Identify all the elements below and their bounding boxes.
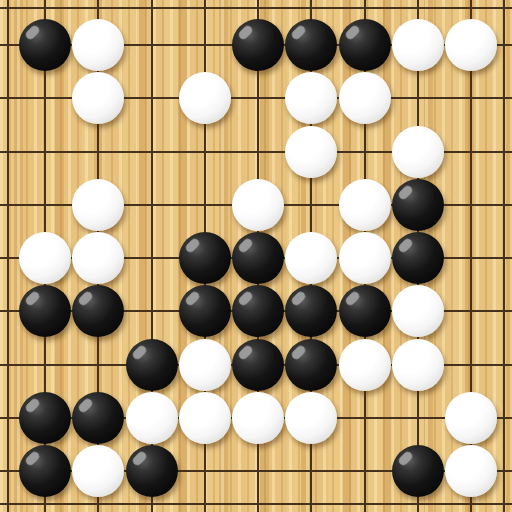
board-cell-c9[interactable]: ●: [125, 444, 178, 497]
board-cell-b2[interactable]: ○: [72, 72, 125, 125]
board-cell-b8[interactable]: ●: [72, 391, 125, 444]
board-cell-g1[interactable]: ●: [338, 18, 391, 71]
board-cell-e4[interactable]: ○: [231, 178, 284, 231]
board-cell-g9[interactable]: [338, 444, 391, 497]
black-stone[interactable]: ●: [232, 339, 284, 391]
black-stone[interactable]: ●: [232, 232, 284, 284]
board-cell-e3[interactable]: [231, 125, 284, 178]
board-cell-c3[interactable]: [125, 125, 178, 178]
white-stone[interactable]: ○: [285, 232, 337, 284]
board-cell-b5[interactable]: ○: [72, 231, 125, 284]
black-stone[interactable]: ●: [19, 445, 71, 497]
black-stone[interactable]: ●: [392, 179, 444, 231]
board-cell-f8[interactable]: ○: [285, 391, 338, 444]
board-cell-d1[interactable]: [178, 18, 231, 71]
board-cell-c2[interactable]: [125, 72, 178, 125]
board-cell-h2[interactable]: [391, 72, 444, 125]
white-stone[interactable]: ○: [339, 72, 391, 124]
black-stone[interactable]: ●: [392, 445, 444, 497]
board-cell-b9[interactable]: ○: [72, 444, 125, 497]
board-cell-d7[interactable]: ○: [178, 338, 231, 391]
board-cell-a1[interactable]: ●: [18, 18, 71, 71]
board-cell-d8[interactable]: ○: [178, 391, 231, 444]
board-cell-g3[interactable]: [338, 125, 391, 178]
white-stone[interactable]: ○: [339, 232, 391, 284]
white-stone[interactable]: ○: [72, 232, 124, 284]
board-cell-h1[interactable]: ○: [391, 18, 444, 71]
board-cell-f7[interactable]: ●: [285, 338, 338, 391]
board-cell-i9[interactable]: ○: [444, 444, 497, 497]
board-cell-h3[interactable]: ○: [391, 125, 444, 178]
board-cell-e5[interactable]: ●: [231, 231, 284, 284]
black-stone[interactable]: ●: [126, 339, 178, 391]
board-cell-h8[interactable]: [391, 391, 444, 444]
black-stone[interactable]: ●: [285, 19, 337, 71]
board-cell-g6[interactable]: ●: [338, 285, 391, 338]
board-cell-a2[interactable]: [18, 72, 71, 125]
black-stone[interactable]: ●: [19, 19, 71, 71]
board-cell-i1[interactable]: ○: [444, 18, 497, 71]
black-stone[interactable]: ●: [285, 339, 337, 391]
board-cell-d2[interactable]: ○: [178, 72, 231, 125]
board-cell-d3[interactable]: [178, 125, 231, 178]
black-stone[interactable]: ●: [339, 19, 391, 71]
white-stone[interactable]: ○: [232, 392, 284, 444]
black-stone[interactable]: ●: [19, 392, 71, 444]
white-stone[interactable]: ○: [392, 126, 444, 178]
board-frame-line: [7, 0, 9, 512]
board-cell-h9[interactable]: ●: [391, 444, 444, 497]
black-stone[interactable]: ●: [72, 392, 124, 444]
white-stone[interactable]: ○: [72, 445, 124, 497]
board-cell-g7[interactable]: ○: [338, 338, 391, 391]
board-cell-e8[interactable]: ○: [231, 391, 284, 444]
board-cell-c4[interactable]: [125, 178, 178, 231]
board-cell-e1[interactable]: ●: [231, 18, 284, 71]
white-stone[interactable]: ○: [445, 392, 497, 444]
board-cell-g2[interactable]: ○: [338, 72, 391, 125]
board-cell-f9[interactable]: [285, 444, 338, 497]
board-cell-i6[interactable]: [444, 285, 497, 338]
board-cell-b3[interactable]: [72, 125, 125, 178]
board-cell-d4[interactable]: [178, 178, 231, 231]
white-stone[interactable]: ○: [339, 179, 391, 231]
board-cell-b1[interactable]: ○: [72, 18, 125, 71]
board-cell-b6[interactable]: ●: [72, 285, 125, 338]
board-cell-e6[interactable]: ●: [231, 285, 284, 338]
white-stone[interactable]: ○: [445, 19, 497, 71]
black-stone[interactable]: ●: [392, 232, 444, 284]
board-cell-f6[interactable]: ●: [285, 285, 338, 338]
board-cell-h4[interactable]: ●: [391, 178, 444, 231]
black-stone[interactable]: ●: [126, 445, 178, 497]
board-cell-c6[interactable]: [125, 285, 178, 338]
board-cell-f2[interactable]: ○: [285, 72, 338, 125]
board-cell-a4[interactable]: [18, 178, 71, 231]
white-stone[interactable]: ○: [445, 445, 497, 497]
board-cell-i5[interactable]: [444, 231, 497, 284]
board-cell-c7[interactable]: ●: [125, 338, 178, 391]
board-cell-i8[interactable]: ○: [444, 391, 497, 444]
stones-grid: ●○●●●○○○○○○○○○○○●○○●●○○●●●●●●●○●○●●○○●●○…: [18, 18, 497, 497]
board-cell-i2[interactable]: [444, 72, 497, 125]
white-stone[interactable]: ○: [179, 72, 231, 124]
white-stone[interactable]: ○: [72, 19, 124, 71]
board-cell-a5[interactable]: ○: [18, 231, 71, 284]
black-stone[interactable]: ●: [285, 285, 337, 337]
board-cell-i7[interactable]: [444, 338, 497, 391]
board-cell-a6[interactable]: ●: [18, 285, 71, 338]
white-stone[interactable]: ○: [392, 19, 444, 71]
white-stone[interactable]: ○: [285, 126, 337, 178]
board-cell-i3[interactable]: [444, 125, 497, 178]
white-stone[interactable]: ○: [179, 339, 231, 391]
board-cell-d9[interactable]: [178, 444, 231, 497]
black-stone[interactable]: ●: [339, 285, 391, 337]
white-stone[interactable]: ○: [232, 179, 284, 231]
go-board: ●○●●●○○○○○○○○○○○●○○●●○○●●●●●●●○●○●●○○●●○…: [0, 0, 512, 512]
black-stone[interactable]: ●: [179, 232, 231, 284]
white-stone[interactable]: ○: [392, 339, 444, 391]
board-cell-f3[interactable]: ○: [285, 125, 338, 178]
black-stone[interactable]: ●: [232, 19, 284, 71]
black-stone[interactable]: ●: [72, 285, 124, 337]
board-cell-a7[interactable]: [18, 338, 71, 391]
white-stone[interactable]: ○: [339, 339, 391, 391]
board-cell-f4[interactable]: [285, 178, 338, 231]
white-stone[interactable]: ○: [72, 179, 124, 231]
white-stone[interactable]: ○: [285, 72, 337, 124]
board-cell-e7[interactable]: ●: [231, 338, 284, 391]
board-frame-line: [0, 503, 512, 505]
board-cell-c5[interactable]: [125, 231, 178, 284]
white-stone[interactable]: ○: [179, 392, 231, 444]
white-stone[interactable]: ○: [72, 72, 124, 124]
board-cell-a8[interactable]: ●: [18, 391, 71, 444]
board-cell-g8[interactable]: [338, 391, 391, 444]
board-cell-a3[interactable]: [18, 125, 71, 178]
white-stone[interactable]: ○: [126, 392, 178, 444]
board-cell-c8[interactable]: ○: [125, 391, 178, 444]
board-cell-d6[interactable]: ●: [178, 285, 231, 338]
board-cell-h7[interactable]: ○: [391, 338, 444, 391]
board-cell-b4[interactable]: ○: [72, 178, 125, 231]
board-cell-e9[interactable]: [231, 444, 284, 497]
black-stone[interactable]: ●: [179, 285, 231, 337]
board-frame-line: [0, 7, 512, 9]
board-cell-h6[interactable]: ○: [391, 285, 444, 338]
white-stone[interactable]: ○: [285, 392, 337, 444]
board-cell-f5[interactable]: ○: [285, 231, 338, 284]
board-cell-b7[interactable]: [72, 338, 125, 391]
board-cell-g4[interactable]: ○: [338, 178, 391, 231]
board-cell-f1[interactable]: ●: [285, 18, 338, 71]
board-cell-c1[interactable]: [125, 18, 178, 71]
board-cell-h5[interactable]: ●: [391, 231, 444, 284]
board-cell-i4[interactable]: [444, 178, 497, 231]
board-cell-d5[interactable]: ●: [178, 231, 231, 284]
board-cell-a9[interactable]: ●: [18, 444, 71, 497]
board-frame-line: [503, 0, 505, 512]
board-cell-g5[interactable]: ○: [338, 231, 391, 284]
white-stone[interactable]: ○: [392, 285, 444, 337]
board-cell-e2[interactable]: [231, 72, 284, 125]
black-stone[interactable]: ●: [19, 285, 71, 337]
black-stone[interactable]: ●: [232, 285, 284, 337]
white-stone[interactable]: ○: [19, 232, 71, 284]
